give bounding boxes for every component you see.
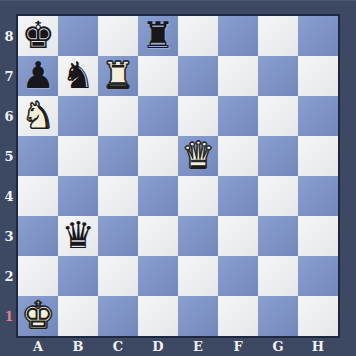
white-knight[interactable]: ♞ (18, 96, 58, 136)
square-c2[interactable] (98, 256, 138, 296)
square-g3[interactable] (258, 216, 298, 256)
file-label-c: C (98, 336, 138, 356)
black-king[interactable]: ♚ (18, 16, 58, 56)
rank-label-2: 2 (0, 256, 18, 296)
square-e2[interactable] (178, 256, 218, 296)
square-c7[interactable]: ♜ (98, 56, 138, 96)
square-b3[interactable]: ♛ (58, 216, 98, 256)
square-g6[interactable] (258, 96, 298, 136)
rank-label-5: 5 (0, 136, 18, 176)
square-f1[interactable] (218, 296, 258, 336)
square-a3[interactable] (18, 216, 58, 256)
black-queen[interactable]: ♛ (58, 216, 98, 256)
square-e5[interactable]: ♛ (178, 136, 218, 176)
square-b6[interactable] (58, 96, 98, 136)
square-a4[interactable] (18, 176, 58, 216)
square-b5[interactable] (58, 136, 98, 176)
square-d4[interactable] (138, 176, 178, 216)
file-label-d: D (138, 336, 178, 356)
square-e3[interactable] (178, 216, 218, 256)
square-h6[interactable] (298, 96, 338, 136)
square-a5[interactable] (18, 136, 58, 176)
square-h5[interactable] (298, 136, 338, 176)
square-b1[interactable] (58, 296, 98, 336)
square-b2[interactable] (58, 256, 98, 296)
square-a6[interactable]: ♞ (18, 96, 58, 136)
square-f6[interactable] (218, 96, 258, 136)
rank-label-6: 6 (0, 96, 18, 136)
white-queen[interactable]: ♛ (178, 136, 218, 176)
square-d5[interactable] (138, 136, 178, 176)
square-f2[interactable] (218, 256, 258, 296)
rank-label-8: 8 (0, 16, 18, 56)
square-e7[interactable] (178, 56, 218, 96)
rank-label-4: 4 (0, 176, 18, 216)
square-b4[interactable] (58, 176, 98, 216)
rank-label-3: 3 (0, 216, 18, 256)
square-c3[interactable] (98, 216, 138, 256)
square-f7[interactable] (218, 56, 258, 96)
square-a1[interactable]: ♚ (18, 296, 58, 336)
square-e6[interactable] (178, 96, 218, 136)
file-label-f: F (218, 336, 258, 356)
white-rook[interactable]: ♜ (98, 56, 138, 96)
black-rook[interactable]: ♜ (138, 16, 178, 56)
square-c4[interactable] (98, 176, 138, 216)
square-h7[interactable] (298, 56, 338, 96)
square-h1[interactable] (298, 296, 338, 336)
square-h4[interactable] (298, 176, 338, 216)
square-d3[interactable] (138, 216, 178, 256)
file-label-b: B (58, 336, 98, 356)
black-pawn[interactable]: ♟ (18, 56, 58, 96)
square-c5[interactable] (98, 136, 138, 176)
square-g1[interactable] (258, 296, 298, 336)
rank-labels: 87654321 (0, 16, 18, 336)
square-d7[interactable] (138, 56, 178, 96)
file-label-g: G (258, 336, 298, 356)
square-g7[interactable] (258, 56, 298, 96)
chess-board: ♚♜♟♞♜♞♛♛♚ (18, 16, 338, 336)
file-labels: ABCDEFGH (18, 336, 338, 356)
white-king[interactable]: ♚ (18, 296, 58, 336)
square-f5[interactable] (218, 136, 258, 176)
square-c6[interactable] (98, 96, 138, 136)
square-c8[interactable] (98, 16, 138, 56)
square-d8[interactable]: ♜ (138, 16, 178, 56)
square-f3[interactable] (218, 216, 258, 256)
square-h2[interactable] (298, 256, 338, 296)
square-h8[interactable] (298, 16, 338, 56)
square-d6[interactable] (138, 96, 178, 136)
square-a2[interactable] (18, 256, 58, 296)
square-d1[interactable] (138, 296, 178, 336)
square-f8[interactable] (218, 16, 258, 56)
square-e8[interactable] (178, 16, 218, 56)
square-f4[interactable] (218, 176, 258, 216)
square-a8[interactable]: ♚ (18, 16, 58, 56)
square-e4[interactable] (178, 176, 218, 216)
file-label-a: A (18, 336, 58, 356)
square-c1[interactable] (98, 296, 138, 336)
square-g8[interactable] (258, 16, 298, 56)
square-d2[interactable] (138, 256, 178, 296)
rank-label-1: 1 (0, 296, 18, 336)
rank-label-7: 7 (0, 56, 18, 96)
square-e1[interactable] (178, 296, 218, 336)
square-h3[interactable] (298, 216, 338, 256)
square-g4[interactable] (258, 176, 298, 216)
square-b7[interactable]: ♞ (58, 56, 98, 96)
square-g2[interactable] (258, 256, 298, 296)
chess-board-frame: 87654321 ♚♜♟♞♜♞♛♛♚ ABCDEFGH (0, 0, 356, 356)
file-label-e: E (178, 336, 218, 356)
square-b8[interactable] (58, 16, 98, 56)
square-g5[interactable] (258, 136, 298, 176)
file-label-h: H (298, 336, 338, 356)
black-knight[interactable]: ♞ (58, 56, 98, 96)
square-a7[interactable]: ♟ (18, 56, 58, 96)
